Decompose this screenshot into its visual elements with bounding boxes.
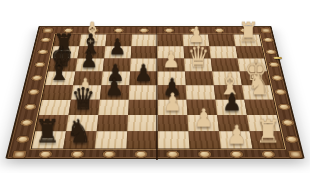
frame-medallion xyxy=(167,151,180,158)
square-a3[interactable] xyxy=(188,131,221,148)
square-f7[interactable]: ♟ xyxy=(75,59,104,72)
square-d5[interactable] xyxy=(129,85,158,99)
square-e5[interactable]: ♟ xyxy=(129,72,157,86)
frame-medallion xyxy=(135,151,148,158)
black-bishop-e8[interactable]: ♝ xyxy=(45,56,73,85)
white-pawn-b3[interactable]: ♟ xyxy=(188,106,219,131)
square-c6[interactable] xyxy=(98,100,128,115)
square-a6[interactable] xyxy=(95,131,127,148)
frame-corner-carving xyxy=(288,151,302,158)
frame-medallion xyxy=(263,38,274,43)
square-a8[interactable]: ♜ xyxy=(32,131,66,148)
board-frame: ♝♟♜♜♝♟♚♟♟♛♝♟♟♚♟♟♟♝♞♛♟♟♟♜♞♟♜ xyxy=(5,26,305,159)
black-rook-a8[interactable]: ♜ xyxy=(32,116,64,148)
frame-medallion xyxy=(278,104,291,110)
black-pawn-e5[interactable]: ♟ xyxy=(129,62,157,85)
product-photo-stage: ♝♟♜♜♝♟♚♟♟♛♝♟♟♚♟♟♟♝♞♛♟♟♟♜♞♟♜ xyxy=(0,0,310,173)
frame-medallion xyxy=(198,151,211,158)
square-a5[interactable] xyxy=(126,131,158,148)
square-d6[interactable]: ♟ xyxy=(100,85,130,99)
square-a4[interactable] xyxy=(158,131,190,148)
square-c2[interactable]: ♟ xyxy=(215,100,246,115)
square-b6[interactable] xyxy=(97,115,128,131)
frame-medallion xyxy=(230,151,244,158)
square-g6[interactable]: ♟ xyxy=(104,46,131,58)
frame-medallion xyxy=(274,89,287,95)
white-knight-d1[interactable]: ♞ xyxy=(244,70,273,100)
square-c4[interactable]: ♟ xyxy=(158,100,188,115)
square-f3[interactable]: ♛ xyxy=(184,59,212,72)
black-pawn-d6[interactable]: ♟ xyxy=(100,76,129,100)
frame-medallion xyxy=(27,89,40,95)
frame-medallion xyxy=(139,28,149,32)
white-pawn-a2[interactable]: ♟ xyxy=(221,122,253,148)
frame-medallion xyxy=(261,151,275,158)
black-pawn-f7[interactable]: ♟ xyxy=(75,49,102,72)
white-rook-a1[interactable]: ♜ xyxy=(252,116,284,148)
square-f4[interactable]: ♟ xyxy=(157,59,184,72)
square-a7[interactable]: ♞ xyxy=(63,131,96,148)
frame-medallion xyxy=(16,136,30,143)
black-knight-a7[interactable]: ♞ xyxy=(63,116,95,148)
square-b3[interactable]: ♟ xyxy=(187,115,219,131)
board-grid: ♝♟♜♜♝♟♚♟♟♛♝♟♟♚♟♟♟♝♞♛♟♟♟♜♞♟♜ xyxy=(31,34,285,149)
square-e3[interactable] xyxy=(185,72,214,86)
square-g2[interactable] xyxy=(209,46,237,58)
square-a2[interactable]: ♟ xyxy=(219,131,252,148)
square-d3[interactable] xyxy=(186,85,216,99)
black-pawn-g6[interactable]: ♟ xyxy=(104,36,131,58)
square-a1[interactable]: ♜ xyxy=(250,131,284,148)
square-h4[interactable] xyxy=(157,34,183,46)
white-pawn-c4[interactable]: ♟ xyxy=(158,90,188,114)
frame-medallion xyxy=(103,151,116,158)
frame-medallion xyxy=(71,151,84,158)
black-queen-c7[interactable]: ♛ xyxy=(68,84,98,115)
frame-medallion xyxy=(114,28,124,32)
square-h5[interactable] xyxy=(131,34,157,46)
white-pawn-f4[interactable]: ♟ xyxy=(157,49,184,72)
white-queen-f3[interactable]: ♛ xyxy=(185,43,212,71)
frame-medallion xyxy=(39,151,53,158)
square-b4[interactable] xyxy=(158,115,189,131)
white-rook-h1[interactable]: ♜ xyxy=(235,19,261,46)
square-h1[interactable]: ♜ xyxy=(233,34,261,46)
frame-medallion xyxy=(24,104,37,110)
frame-medallion xyxy=(285,136,299,143)
square-g5[interactable] xyxy=(131,46,158,58)
chess-board: ♝♟♜♜♝♟♚♟♟♛♝♟♟♚♟♟♟♝♞♛♟♟♟♜♞♟♜ xyxy=(5,26,305,159)
frame-medallion xyxy=(164,28,174,32)
square-b5[interactable] xyxy=(127,115,158,131)
frame-corner-carving xyxy=(12,151,26,158)
brass-latch xyxy=(273,57,282,60)
square-c5[interactable] xyxy=(128,100,158,115)
frame-medallion xyxy=(214,28,225,32)
black-pawn-c2[interactable]: ♟ xyxy=(217,90,247,114)
frame-corner-carving xyxy=(260,28,271,32)
frame-medallion xyxy=(31,75,43,80)
